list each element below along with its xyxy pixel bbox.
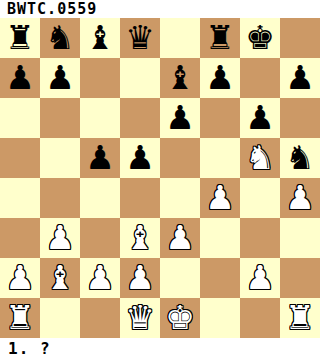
piece-white-knight: ♞	[245, 138, 275, 178]
square-f2[interactable]	[200, 258, 240, 298]
square-a2[interactable]: ♟	[0, 258, 40, 298]
square-e6[interactable]: ♟	[160, 98, 200, 138]
piece-white-pawn: ♟	[45, 218, 75, 258]
square-b6[interactable]	[40, 98, 80, 138]
piece-black-king: ♚	[245, 18, 275, 58]
square-d2[interactable]: ♟	[120, 258, 160, 298]
piece-white-pawn: ♟	[5, 258, 35, 298]
piece-white-king: ♚	[165, 298, 195, 338]
piece-white-bishop: ♝	[45, 258, 75, 298]
square-h6[interactable]	[280, 98, 320, 138]
piece-black-pawn: ♟	[165, 98, 195, 138]
square-b7[interactable]: ♟	[40, 58, 80, 98]
piece-black-bishop: ♝	[165, 58, 195, 98]
square-a1[interactable]: ♜	[0, 298, 40, 338]
piece-black-rook: ♜	[5, 18, 35, 58]
move-prompt: 1. ?	[0, 338, 320, 360]
square-c5[interactable]: ♟	[80, 138, 120, 178]
square-c6[interactable]	[80, 98, 120, 138]
square-c2[interactable]: ♟	[80, 258, 120, 298]
square-h5[interactable]: ♞	[280, 138, 320, 178]
square-d8[interactable]: ♛	[120, 18, 160, 58]
page-title: BWTC.0559	[0, 0, 320, 18]
square-g6[interactable]: ♟	[240, 98, 280, 138]
square-c7[interactable]	[80, 58, 120, 98]
square-b8[interactable]: ♞	[40, 18, 80, 58]
square-e7[interactable]: ♝	[160, 58, 200, 98]
piece-white-pawn: ♟	[285, 178, 315, 218]
square-d4[interactable]	[120, 178, 160, 218]
square-f8[interactable]: ♜	[200, 18, 240, 58]
square-c3[interactable]	[80, 218, 120, 258]
piece-black-queen: ♛	[125, 18, 155, 58]
square-h2[interactable]	[280, 258, 320, 298]
piece-white-pawn: ♟	[165, 218, 195, 258]
square-e2[interactable]	[160, 258, 200, 298]
piece-black-pawn: ♟	[205, 58, 235, 98]
square-g4[interactable]	[240, 178, 280, 218]
square-f3[interactable]	[200, 218, 240, 258]
piece-black-pawn: ♟	[285, 58, 315, 98]
square-a4[interactable]	[0, 178, 40, 218]
square-e8[interactable]	[160, 18, 200, 58]
square-b2[interactable]: ♝	[40, 258, 80, 298]
square-d7[interactable]	[120, 58, 160, 98]
piece-white-rook: ♜	[285, 298, 315, 338]
piece-white-pawn: ♟	[125, 258, 155, 298]
square-d3[interactable]: ♝	[120, 218, 160, 258]
square-d1[interactable]: ♛	[120, 298, 160, 338]
piece-black-rook: ♜	[205, 18, 235, 58]
square-g3[interactable]	[240, 218, 280, 258]
square-b1[interactable]	[40, 298, 80, 338]
square-b3[interactable]: ♟	[40, 218, 80, 258]
square-d6[interactable]	[120, 98, 160, 138]
square-f1[interactable]	[200, 298, 240, 338]
square-f4[interactable]: ♟	[200, 178, 240, 218]
square-h4[interactable]: ♟	[280, 178, 320, 218]
square-g2[interactable]: ♟	[240, 258, 280, 298]
square-h7[interactable]: ♟	[280, 58, 320, 98]
piece-white-pawn: ♟	[245, 258, 275, 298]
square-g7[interactable]	[240, 58, 280, 98]
square-e4[interactable]	[160, 178, 200, 218]
square-d5[interactable]: ♟	[120, 138, 160, 178]
square-e1[interactable]: ♚	[160, 298, 200, 338]
piece-white-pawn: ♟	[85, 258, 115, 298]
square-h8[interactable]	[280, 18, 320, 58]
square-g1[interactable]	[240, 298, 280, 338]
square-c4[interactable]	[80, 178, 120, 218]
piece-black-bishop: ♝	[85, 18, 115, 58]
piece-black-pawn: ♟	[245, 98, 275, 138]
square-e3[interactable]: ♟	[160, 218, 200, 258]
square-e5[interactable]	[160, 138, 200, 178]
square-c1[interactable]	[80, 298, 120, 338]
piece-white-rook: ♜	[5, 298, 35, 338]
square-a6[interactable]	[0, 98, 40, 138]
piece-black-knight: ♞	[45, 18, 75, 58]
square-f5[interactable]	[200, 138, 240, 178]
square-a7[interactable]: ♟	[0, 58, 40, 98]
square-g5[interactable]: ♞	[240, 138, 280, 178]
square-a3[interactable]	[0, 218, 40, 258]
piece-black-pawn: ♟	[85, 138, 115, 178]
square-h1[interactable]: ♜	[280, 298, 320, 338]
piece-black-pawn: ♟	[125, 138, 155, 178]
square-b4[interactable]	[40, 178, 80, 218]
square-f6[interactable]	[200, 98, 240, 138]
piece-white-queen: ♛	[125, 298, 155, 338]
piece-black-knight: ♞	[285, 138, 315, 178]
square-g8[interactable]: ♚	[240, 18, 280, 58]
piece-black-pawn: ♟	[5, 58, 35, 98]
square-c8[interactable]: ♝	[80, 18, 120, 58]
square-h3[interactable]	[280, 218, 320, 258]
square-b5[interactable]	[40, 138, 80, 178]
chess-board: ♜♞♝♛♜♚♟♟♝♟♟♟♟♟♟♞♞♟♟♟♝♟♟♝♟♟♟♜♛♚♜	[0, 18, 320, 338]
piece-black-pawn: ♟	[45, 58, 75, 98]
chess-diagram: BWTC.0559 ♜♞♝♛♜♚♟♟♝♟♟♟♟♟♟♞♞♟♟♟♝♟♟♝♟♟♟♜♛♚…	[0, 0, 320, 360]
square-a5[interactable]	[0, 138, 40, 178]
square-a8[interactable]: ♜	[0, 18, 40, 58]
piece-white-pawn: ♟	[205, 178, 235, 218]
piece-white-bishop: ♝	[125, 218, 155, 258]
square-f7[interactable]: ♟	[200, 58, 240, 98]
